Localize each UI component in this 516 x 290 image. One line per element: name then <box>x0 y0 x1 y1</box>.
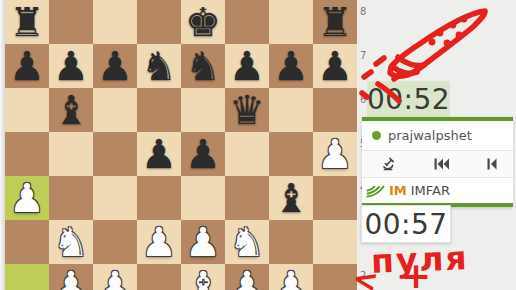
square-d4[interactable] <box>137 176 181 220</box>
white-pawn: ♟ <box>185 222 221 262</box>
square-g2[interactable]: ♟ <box>269 264 313 290</box>
clock-black-running: 00:52 <box>368 81 449 117</box>
black-pawn: ♟ <box>97 46 133 86</box>
square-a2[interactable] <box>5 264 49 290</box>
black-knight: ♞ <box>185 46 221 86</box>
square-f3[interactable]: ♞ <box>225 220 269 264</box>
square-f5[interactable] <box>225 132 269 176</box>
game-controls-row <box>362 150 513 178</box>
square-a5[interactable] <box>5 132 49 176</box>
square-f7[interactable]: ♟ <box>225 44 269 88</box>
black-knight: ♞ <box>141 46 177 86</box>
white-pawn: ♟ <box>229 266 265 290</box>
square-e8[interactable]: ♚ <box>181 0 225 44</box>
white-pawn: ♟ <box>9 178 45 218</box>
square-f2[interactable]: ♟ <box>225 264 269 290</box>
square-b5[interactable] <box>49 132 93 176</box>
black-rook: ♜ <box>317 2 353 42</box>
square-b7[interactable]: ♟ <box>49 44 93 88</box>
square-c7[interactable]: ♟ <box>93 44 137 88</box>
patron-wings-icon <box>366 184 385 198</box>
player-card: prajwalpshet <box>362 117 513 207</box>
white-pawn: ♟ <box>317 134 353 174</box>
square-d6[interactable] <box>137 88 181 132</box>
chess-board[interactable]: ♜♚♜♟♟♟♞♞♟♟♟♝♛♟♟♟♟♝♞♟♟♞♟♟♝♟♟ <box>5 0 357 290</box>
square-g4[interactable]: ♝ <box>269 176 313 220</box>
square-e2[interactable]: ♝ <box>181 264 225 290</box>
square-a6[interactable] <box>5 88 49 132</box>
square-e5[interactable]: ♟ <box>181 132 225 176</box>
square-d7[interactable]: ♞ <box>137 44 181 88</box>
rank-label-7: 7 <box>360 50 370 61</box>
black-pawn: ♟ <box>9 46 45 86</box>
square-d5[interactable]: ♟ <box>137 132 181 176</box>
square-f8[interactable] <box>225 0 269 44</box>
white-pawn: ♟ <box>53 266 89 290</box>
square-g5[interactable] <box>269 132 313 176</box>
black-king: ♚ <box>185 2 221 42</box>
square-g8[interactable] <box>269 0 313 44</box>
square-a7[interactable]: ♟ <box>5 44 49 88</box>
square-h3[interactable] <box>313 220 357 264</box>
square-h8[interactable]: ♜ <box>313 0 357 44</box>
skip-to-start-icon[interactable] <box>434 158 449 170</box>
handwritten-plus: + <box>401 255 431 290</box>
rank-label-8: 8 <box>360 6 370 17</box>
square-b8[interactable] <box>49 0 93 44</box>
square-e6[interactable] <box>181 88 225 132</box>
online-dot-icon <box>372 131 381 140</box>
black-bishop: ♝ <box>53 90 89 130</box>
black-pawn: ♟ <box>185 134 221 174</box>
black-pawn: ♟ <box>53 46 89 86</box>
square-b3[interactable]: ♞ <box>49 220 93 264</box>
white-pawn: ♟ <box>97 266 133 290</box>
black-bishop: ♝ <box>273 178 309 218</box>
square-c4[interactable] <box>93 176 137 220</box>
square-h7[interactable]: ♟ <box>313 44 357 88</box>
clock-white: 00:57 <box>361 205 451 243</box>
lichess-game-screenshot: ♜♚♜♟♟♟♞♞♟♟♟♝♛♟♟♟♟♝♞♟♟♞♟♟♝♟♟ 8765432 00:5… <box>0 0 516 290</box>
player-top-name[interactable]: prajwalpshet <box>388 128 472 143</box>
white-knight: ♞ <box>229 222 265 262</box>
square-a8[interactable]: ♜ <box>5 0 49 44</box>
square-a4[interactable]: ♟ <box>5 176 49 220</box>
square-c5[interactable] <box>93 132 137 176</box>
white-pawn: ♟ <box>273 266 309 290</box>
square-h5[interactable]: ♟ <box>313 132 357 176</box>
player-bottom-row: IM IMFAR <box>362 178 513 203</box>
black-queen: ♛ <box>229 90 265 130</box>
square-g7[interactable]: ♟ <box>269 44 313 88</box>
player-title-badge: IM <box>389 183 407 198</box>
square-c2[interactable]: ♟ <box>93 264 137 290</box>
black-pawn: ♟ <box>273 46 309 86</box>
square-d3[interactable]: ♟ <box>137 220 181 264</box>
square-d2[interactable] <box>137 264 181 290</box>
square-g6[interactable] <box>269 88 313 132</box>
black-pawn: ♟ <box>317 46 353 86</box>
player-top-row: prajwalpshet <box>362 121 513 150</box>
analysis-microscope-icon[interactable] <box>382 157 395 171</box>
square-d8[interactable] <box>137 0 181 44</box>
square-b6[interactable]: ♝ <box>49 88 93 132</box>
square-f4[interactable] <box>225 176 269 220</box>
square-e3[interactable]: ♟ <box>181 220 225 264</box>
square-g3[interactable] <box>269 220 313 264</box>
player-bottom-name[interactable]: IMFAR <box>411 183 450 198</box>
square-h4[interactable] <box>313 176 357 220</box>
black-pawn: ♟ <box>229 46 265 86</box>
square-c6[interactable] <box>93 88 137 132</box>
black-pawn: ♟ <box>141 134 177 174</box>
square-a3[interactable] <box>5 220 49 264</box>
step-backward-icon[interactable] <box>487 158 497 170</box>
square-h6[interactable] <box>313 88 357 132</box>
square-c8[interactable] <box>93 0 137 44</box>
square-c3[interactable] <box>93 220 137 264</box>
black-rook: ♜ <box>9 2 45 42</box>
square-f6[interactable]: ♛ <box>225 88 269 132</box>
white-bishop: ♝ <box>185 266 221 290</box>
white-pawn: ♟ <box>141 222 177 262</box>
square-b2[interactable]: ♟ <box>49 264 93 290</box>
square-e4[interactable] <box>181 176 225 220</box>
white-knight: ♞ <box>53 222 89 262</box>
square-b4[interactable] <box>49 176 93 220</box>
square-e7[interactable]: ♞ <box>181 44 225 88</box>
